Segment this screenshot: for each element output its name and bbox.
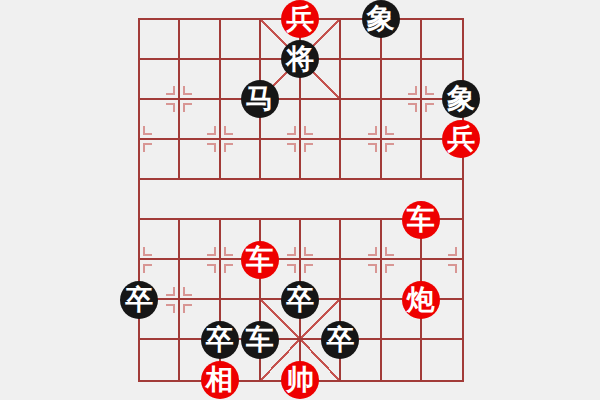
piece-red-elephant[interactable]: 相 (201, 361, 239, 399)
board-cell (180, 60, 220, 100)
piece-black-soldier[interactable]: 卒 (120, 281, 158, 319)
board-cell (382, 140, 422, 180)
piece-black-elephant[interactable]: 象 (362, 0, 400, 38)
xiangqi-board-stage: 兵象将马象兵车车卒卒炮卒车卒相帅 (0, 0, 600, 400)
board-cell (382, 340, 422, 380)
piece-black-chariot[interactable]: 车 (241, 321, 279, 359)
board-cell (140, 20, 180, 60)
board-cell (221, 20, 261, 60)
piece-black-soldier[interactable]: 卒 (201, 321, 239, 359)
piece-black-horse[interactable]: 马 (241, 80, 279, 118)
board-cell (341, 180, 381, 220)
board-cell (341, 100, 381, 140)
board-cell (301, 180, 341, 220)
board-cell (180, 140, 220, 180)
piece-black-soldier[interactable]: 卒 (321, 321, 359, 359)
board-cell (140, 220, 180, 260)
piece-red-cannon[interactable]: 炮 (402, 281, 440, 319)
board-cell (180, 100, 220, 140)
piece-red-chariot[interactable]: 车 (402, 201, 440, 239)
piece-red-chariot[interactable]: 车 (241, 241, 279, 279)
board-cell (140, 140, 180, 180)
piece-black-elephant[interactable]: 象 (442, 80, 480, 118)
board-cell (422, 340, 462, 380)
board-cell (140, 100, 180, 140)
board-cell (140, 340, 180, 380)
piece-black-soldier[interactable]: 卒 (281, 281, 319, 319)
board-cell (180, 20, 220, 60)
board-cell (341, 260, 381, 300)
board-cell (301, 100, 341, 140)
board-cell (341, 220, 381, 260)
board-cell (140, 60, 180, 100)
board-cell (382, 60, 422, 100)
board-cell (382, 100, 422, 140)
board-cell (261, 180, 301, 220)
board-cell (140, 180, 180, 220)
board-cell (301, 220, 341, 260)
piece-black-general[interactable]: 将 (281, 40, 319, 78)
board-cell (180, 180, 220, 220)
piece-red-general[interactable]: 帅 (281, 361, 319, 399)
board-cell (422, 20, 462, 60)
piece-red-soldier[interactable]: 兵 (442, 120, 480, 158)
board-cell (341, 140, 381, 180)
board-cell (221, 140, 261, 180)
board-cell (261, 140, 301, 180)
board-cell (180, 260, 220, 300)
board-cell (301, 140, 341, 180)
board-cell (341, 60, 381, 100)
board-cell (221, 180, 261, 220)
board-cell (180, 220, 220, 260)
piece-red-soldier[interactable]: 兵 (281, 0, 319, 38)
